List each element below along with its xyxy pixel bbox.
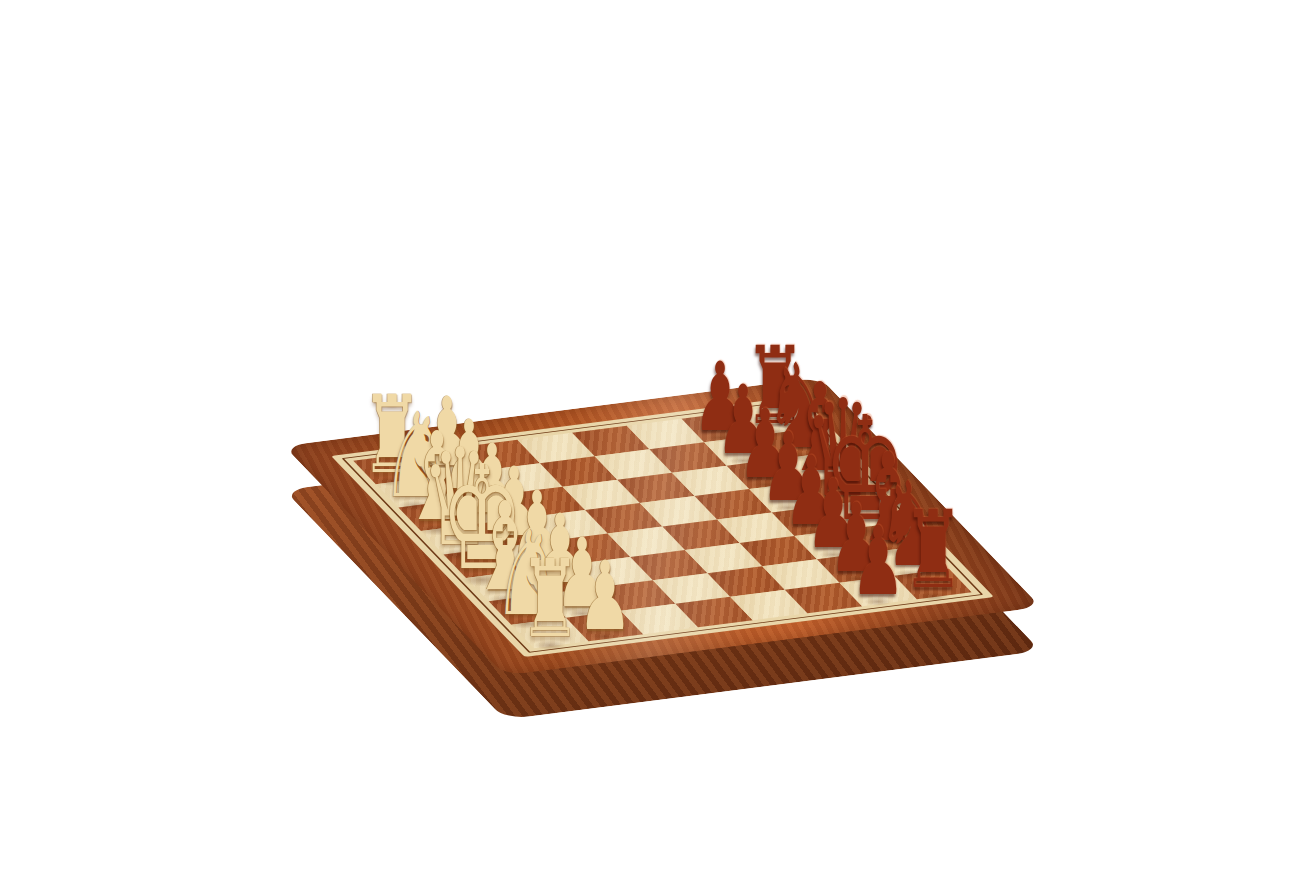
product-photo-scene: ♜♞♝♛♚♝♞♜♟♟♟♟♟♟♟♟♟♟♟♟♟♟♟♟♜♞♝♛♚♝♞♜ [0,0,1313,876]
